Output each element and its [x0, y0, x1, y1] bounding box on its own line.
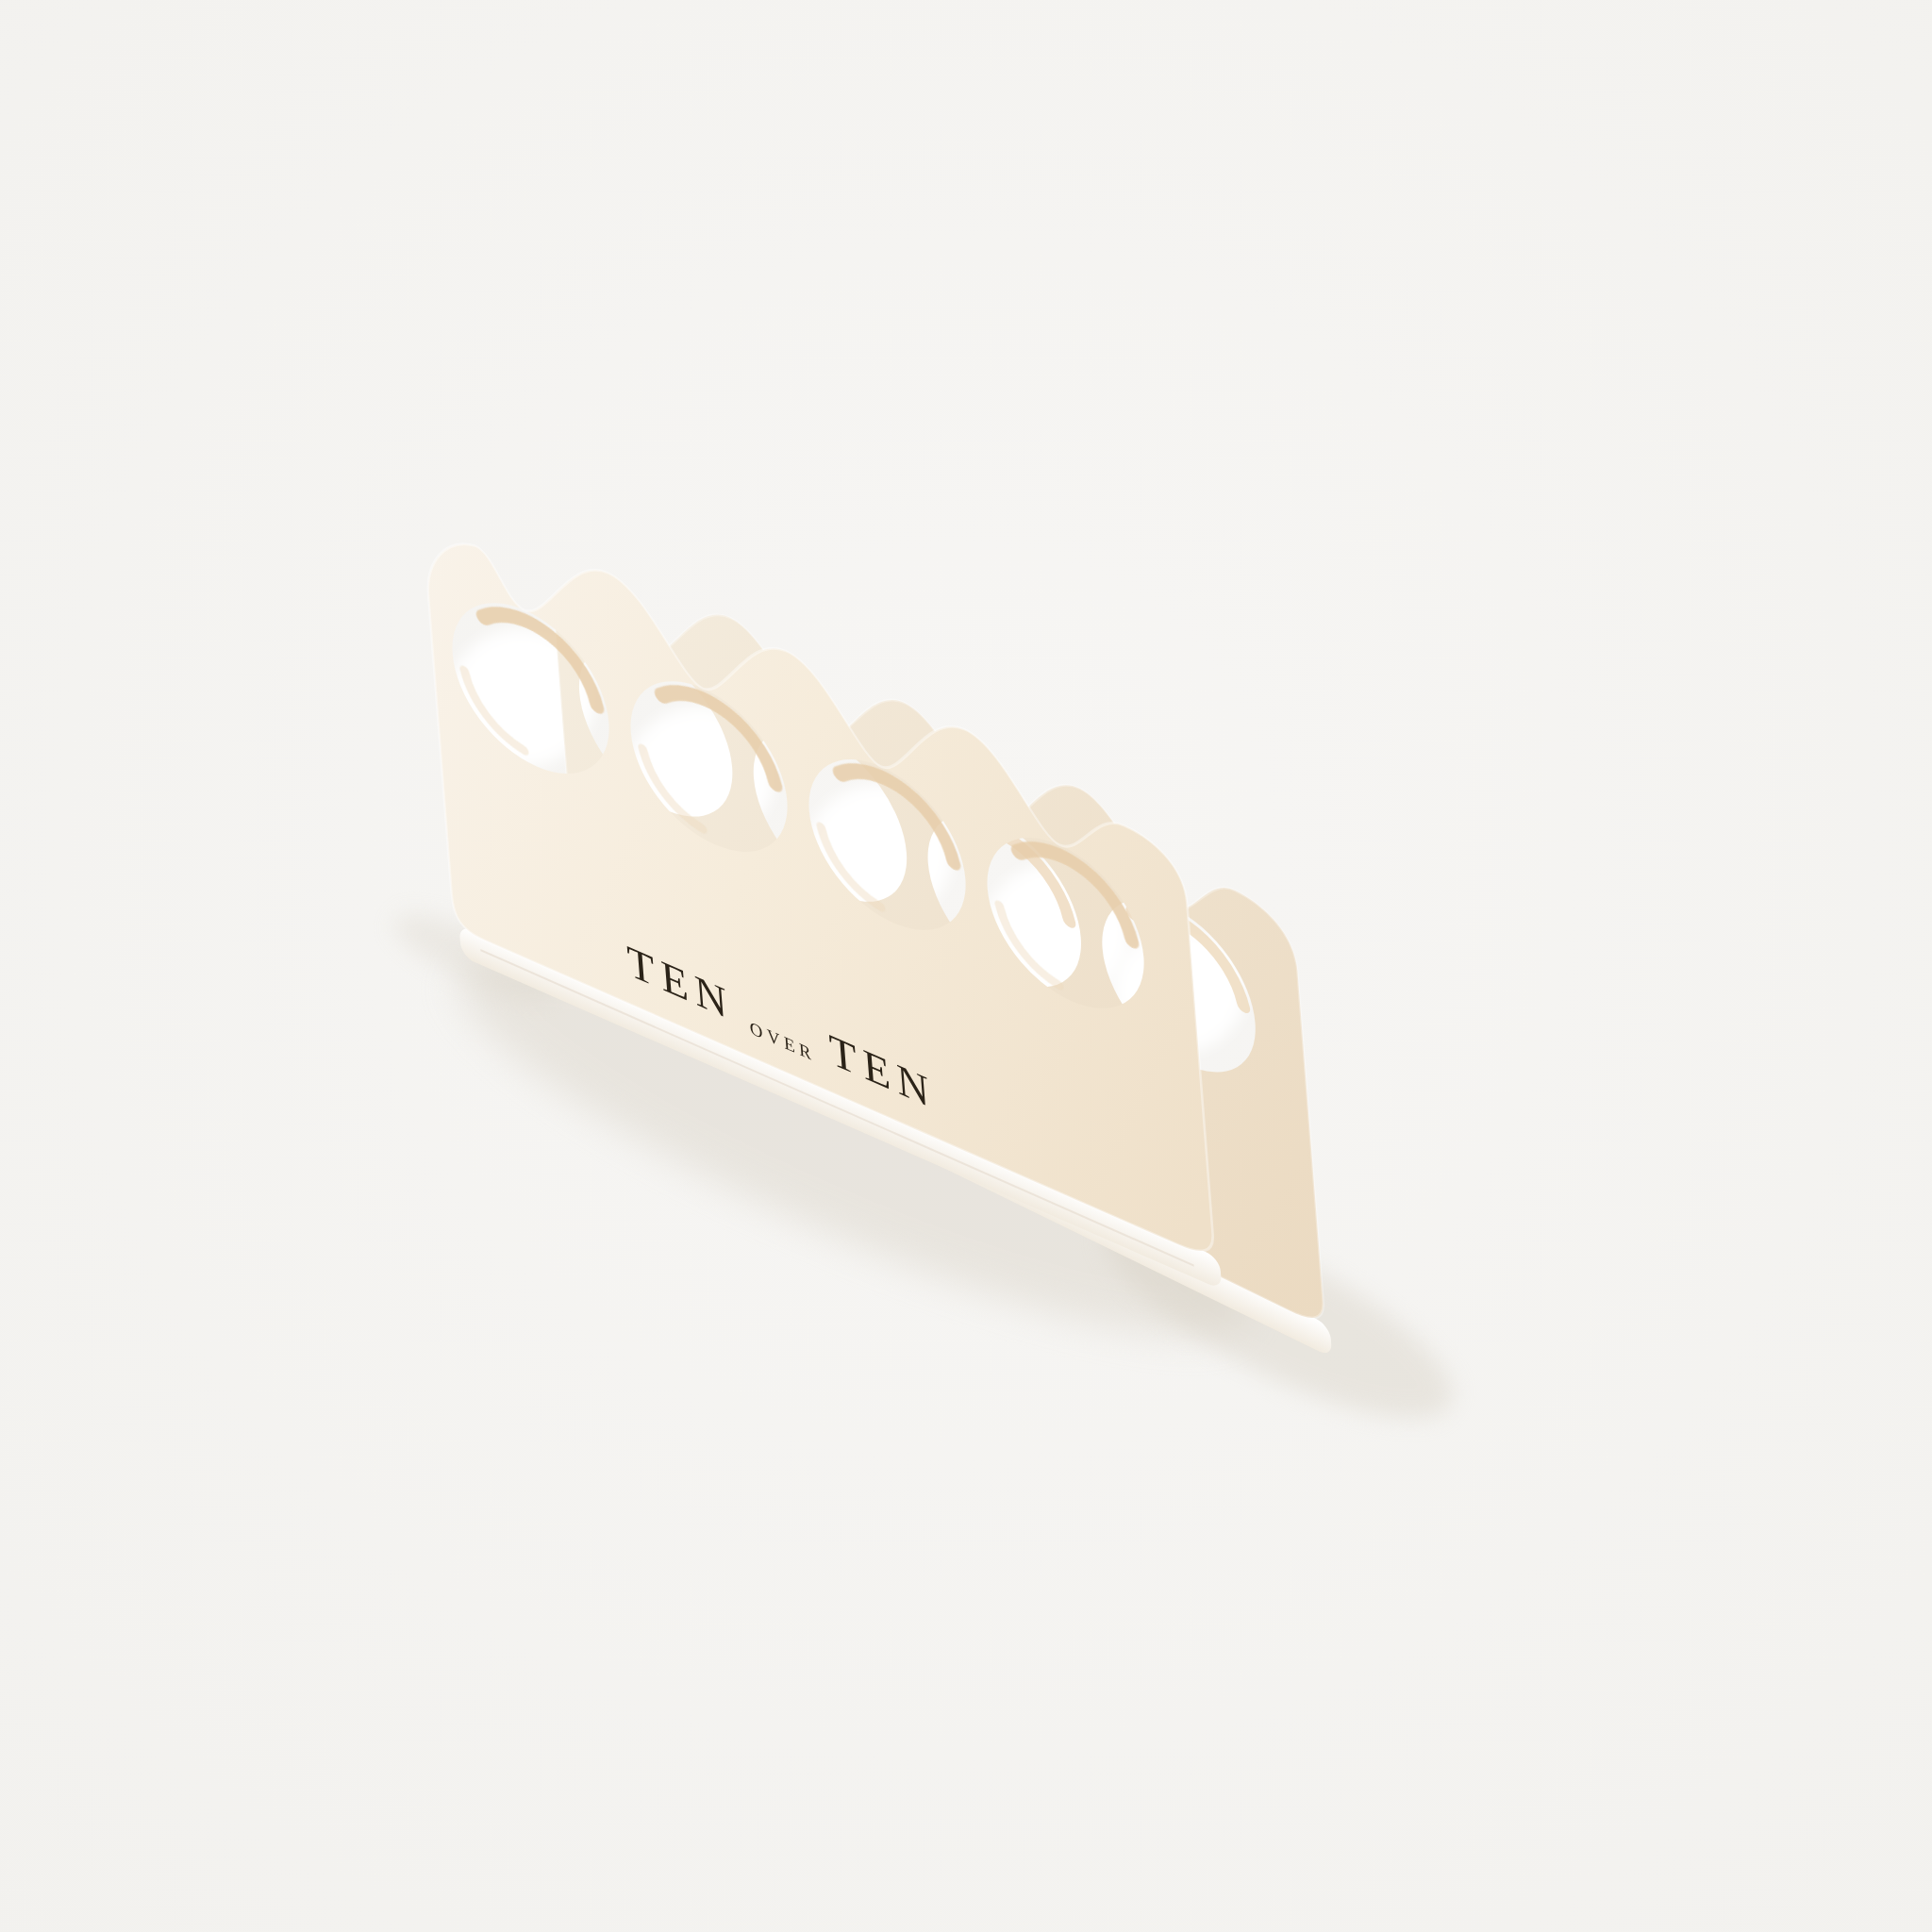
product-photo-stage: TEN OVER TEN	[0, 0, 1932, 1932]
toe-separator-product-photo: TEN OVER TEN	[0, 0, 1932, 1932]
